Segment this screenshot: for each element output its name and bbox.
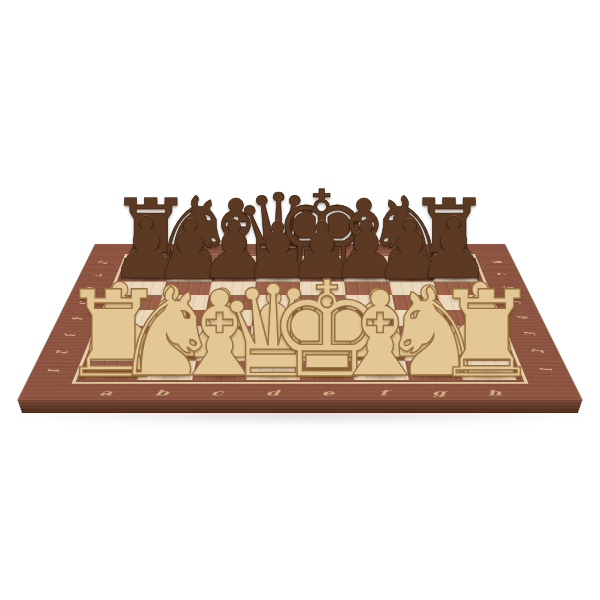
square-e5 — [300, 295, 347, 310]
square-b8 — [171, 256, 217, 268]
square-h5 — [437, 295, 489, 310]
coord-file-c: c — [210, 389, 223, 397]
square-g1 — [404, 360, 462, 379]
square-g7 — [386, 268, 433, 281]
square-f2 — [350, 343, 404, 361]
square-e4 — [300, 310, 349, 326]
square-b2 — [143, 343, 199, 361]
square-a2 — [91, 343, 149, 361]
square-h2 — [451, 343, 509, 361]
board-side-edge — [18, 400, 583, 413]
square-f7 — [343, 268, 389, 281]
square-f1 — [352, 360, 408, 379]
square-e8 — [300, 256, 343, 268]
square-g4 — [395, 310, 447, 326]
coord-file-e: e — [321, 389, 334, 397]
square-f5 — [346, 295, 395, 310]
coord-rank-right-7: 7 — [496, 273, 510, 276]
square-b4 — [154, 310, 206, 326]
square-e1 — [300, 360, 354, 379]
coord-file-b: b — [154, 389, 170, 397]
square-f8 — [342, 256, 386, 268]
board-inlay — [72, 254, 529, 384]
square-c7 — [211, 268, 257, 281]
coord-rank-left-3: 3 — [62, 332, 78, 335]
coord-file-f: f — [378, 389, 388, 397]
square-b6 — [163, 281, 212, 295]
coord-rank-left-4: 4 — [70, 316, 86, 319]
square-f4 — [347, 310, 397, 326]
square-d4 — [251, 310, 300, 326]
coord-rank-left-5: 5 — [77, 301, 92, 304]
coord-rank-left-8: 8 — [96, 261, 110, 264]
square-d3 — [250, 326, 300, 343]
square-a6 — [117, 281, 167, 295]
chess-photo-scene: abcdefgh1122334455667788 ♜♞♝♛♚♝♞♜♟♟♟♟♟♟♟… — [0, 0, 600, 600]
square-b1 — [138, 360, 196, 379]
coord-file-d: d — [265, 389, 279, 397]
square-d2 — [248, 343, 300, 361]
square-c6 — [208, 281, 255, 295]
square-e2 — [300, 343, 352, 361]
square-g3 — [398, 326, 452, 343]
square-a3 — [98, 326, 153, 343]
square-c2 — [196, 343, 250, 361]
coord-rank-right-8: 8 — [490, 261, 504, 264]
coord-file-g: g — [431, 389, 447, 397]
square-g2 — [401, 343, 457, 361]
square-c5 — [206, 295, 255, 310]
square-e6 — [300, 281, 346, 295]
square-g8 — [384, 256, 430, 268]
square-d8 — [257, 256, 300, 268]
coord-rank-left-2: 2 — [54, 350, 71, 354]
square-d6 — [254, 281, 300, 295]
coord-rank-right-1: 1 — [538, 368, 556, 372]
coord-rank-right-3: 3 — [522, 332, 538, 335]
square-b3 — [149, 326, 203, 343]
square-h1 — [457, 360, 517, 379]
square-c1 — [192, 360, 248, 379]
coord-file-a: a — [98, 389, 114, 397]
coord-rank-right-6: 6 — [502, 287, 517, 290]
square-g5 — [392, 295, 442, 310]
square-c4 — [202, 310, 252, 326]
chess-board: abcdefgh1122334455667788 — [17, 244, 584, 401]
square-h7 — [429, 268, 477, 281]
square-d7 — [256, 268, 300, 281]
square-d5 — [253, 295, 300, 310]
square-a7 — [122, 268, 170, 281]
square-b7 — [167, 268, 214, 281]
square-h3 — [446, 326, 501, 343]
square-c8 — [214, 256, 258, 268]
square-e3 — [300, 326, 350, 343]
board-grid — [83, 256, 516, 380]
coord-file-h: h — [485, 389, 502, 397]
square-a8 — [127, 256, 174, 268]
square-f3 — [349, 326, 401, 343]
square-e7 — [300, 268, 344, 281]
square-b5 — [158, 295, 208, 310]
square-f6 — [344, 281, 391, 295]
square-a4 — [105, 310, 158, 326]
square-h4 — [442, 310, 495, 326]
square-g6 — [389, 281, 438, 295]
coord-rank-left-7: 7 — [90, 273, 104, 276]
square-a5 — [111, 295, 163, 310]
square-h8 — [426, 256, 473, 268]
coord-rank-right-5: 5 — [508, 301, 523, 304]
square-c3 — [199, 326, 251, 343]
square-d1 — [246, 360, 300, 379]
square-a1 — [83, 360, 143, 379]
coord-rank-left-1: 1 — [45, 368, 63, 372]
square-h6 — [433, 281, 483, 295]
coord-rank-left-6: 6 — [84, 287, 99, 290]
coord-rank-right-2: 2 — [529, 350, 546, 354]
coord-rank-right-4: 4 — [515, 316, 531, 319]
